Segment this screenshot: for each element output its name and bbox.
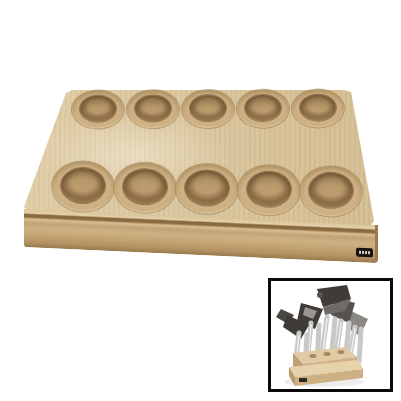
inset-brand-sticker (299, 378, 307, 382)
well-r2c1 (52, 161, 115, 212)
well-hole (79, 96, 115, 122)
well-r1c1 (71, 90, 123, 128)
well-row-near (52, 161, 363, 217)
well-hole (123, 169, 168, 205)
well-r1c3 (181, 90, 233, 128)
well-r2c5 (300, 166, 363, 217)
pliers-stand-board (20, 85, 386, 280)
well-hole (299, 95, 335, 121)
well-hole (247, 171, 292, 207)
well-hole (61, 168, 106, 204)
well-r1c5 (291, 89, 343, 127)
well-r2c2 (114, 162, 177, 213)
well-r1c4 (236, 90, 288, 128)
well-r2c3 (176, 163, 239, 214)
well-hole (185, 170, 230, 206)
well-r1c2 (126, 90, 178, 128)
brand-sticker (356, 248, 373, 258)
product-photo-canvas (0, 0, 401, 401)
well-row-far (70, 89, 345, 128)
well-hole (134, 95, 170, 121)
well-hole (309, 172, 354, 208)
inset-thumbnail[interactable] (268, 278, 393, 392)
well-hole (244, 95, 280, 121)
well-hole (189, 95, 225, 121)
pliers-set-image (271, 281, 390, 389)
well-r2c4 (238, 165, 301, 216)
